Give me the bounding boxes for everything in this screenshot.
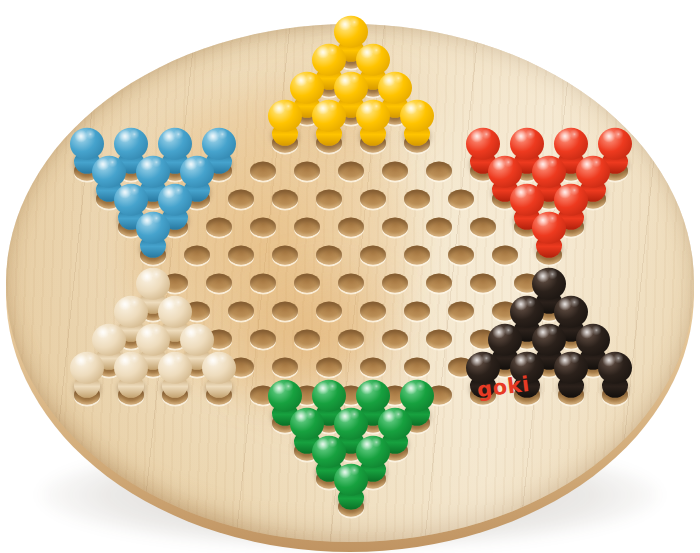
board-hole[interactable] [428,157,450,185]
peg-red[interactable] [531,212,567,266]
hole-recess [228,246,254,265]
board-hole[interactable] [274,353,296,381]
peg-natural[interactable] [157,352,193,406]
hole-recess [316,358,342,377]
peg-natural[interactable] [113,352,149,406]
board-hole[interactable] [406,241,428,269]
hole-recess [404,190,430,209]
hole-recess [470,274,496,293]
peg-ball [312,100,346,132]
board-hole[interactable] [406,129,428,157]
hole-recess [448,190,474,209]
board-hole[interactable] [560,381,582,409]
board-hole[interactable] [296,213,318,241]
board-hole[interactable] [318,297,340,325]
hole-recess [250,330,276,349]
peg-green[interactable] [333,464,369,518]
peg-black[interactable] [553,352,589,406]
peg-ball [136,212,170,244]
hole-recess [360,246,386,265]
hole-recess [206,218,232,237]
board-hole[interactable] [340,325,362,353]
hole-recess [382,162,408,181]
board-hole[interactable] [274,185,296,213]
board-hole[interactable] [428,213,450,241]
hole-recess [338,162,364,181]
board-hole[interactable] [384,325,406,353]
peg-ball [598,352,632,384]
hole-recess [338,218,364,237]
board-hole[interactable] [406,185,428,213]
peg-yellow[interactable] [311,100,347,154]
board-hole[interactable] [318,241,340,269]
hole-recess [426,162,452,181]
hole-recess [206,274,232,293]
peg-ball [202,352,236,384]
peg-black[interactable] [597,352,633,406]
hole-recess [360,358,386,377]
board-hole[interactable] [362,241,384,269]
hole-recess [404,246,430,265]
hole-recess [250,274,276,293]
board-hole[interactable] [76,381,98,409]
hole-recess [272,302,298,321]
peg-blue[interactable] [135,212,171,266]
board-hole[interactable] [494,241,516,269]
board-hole[interactable] [120,381,142,409]
hole-recess [382,274,408,293]
hole-recess [492,246,518,265]
hole-recess [338,330,364,349]
board-hole[interactable] [252,157,274,185]
board-hole[interactable] [318,185,340,213]
peg-ball [554,352,588,384]
hole-recess [404,302,430,321]
hole-recess [272,358,298,377]
peg-ball [400,100,434,132]
peg-yellow[interactable] [399,100,435,154]
board-hole[interactable] [164,381,186,409]
board-grid [76,45,626,521]
board-hole[interactable] [252,213,274,241]
hole-recess [448,302,474,321]
board-hole[interactable] [274,297,296,325]
board-hole[interactable] [340,269,362,297]
board-hole[interactable] [208,213,230,241]
peg-yellow[interactable] [267,100,303,154]
hole-recess [426,218,452,237]
peg-ball [158,352,192,384]
board-hole[interactable] [274,241,296,269]
hole-recess [272,190,298,209]
board-hole[interactable] [362,129,384,157]
board-hole[interactable] [384,157,406,185]
peg-ball [532,212,566,244]
hole-recess [294,330,320,349]
board-hole[interactable] [362,297,384,325]
hole-recess [426,330,452,349]
board-hole[interactable] [252,325,274,353]
board-hole[interactable] [274,129,296,157]
hole-recess [294,274,320,293]
board-hole[interactable] [450,185,472,213]
board-hole[interactable] [318,129,340,157]
board-hole[interactable] [296,269,318,297]
board-hole[interactable] [384,269,406,297]
board-hole[interactable] [252,269,274,297]
board-hole[interactable] [296,157,318,185]
board-hole[interactable] [340,157,362,185]
board-hole[interactable] [362,353,384,381]
peg-ball [356,100,390,132]
board-hole[interactable] [208,269,230,297]
peg-ball [114,352,148,384]
board-hole[interactable] [208,381,230,409]
board-hole[interactable] [340,213,362,241]
hole-recess [426,274,452,293]
peg-ball [268,100,302,132]
board-hole[interactable] [406,297,428,325]
board-hole[interactable] [230,185,252,213]
product-photo: goki [0,0,700,553]
board-hole[interactable] [472,213,494,241]
hole-recess [382,218,408,237]
peg-ball [70,352,104,384]
board-hole[interactable] [142,241,164,269]
board-hole[interactable] [340,493,362,521]
board-hole[interactable] [296,325,318,353]
board-hole[interactable] [450,297,472,325]
board-hole[interactable] [186,241,208,269]
hole-recess [250,218,276,237]
peg-ball [334,464,368,496]
hole-recess [294,162,320,181]
hole-recess [360,302,386,321]
board-hole[interactable] [450,241,472,269]
peg-yellow[interactable] [355,100,391,154]
hole-recess [228,302,254,321]
hole-recess [470,218,496,237]
hole-recess [316,190,342,209]
board-hole[interactable] [230,241,252,269]
board-hole[interactable] [428,325,450,353]
hole-recess [184,246,210,265]
hole-recess [316,246,342,265]
hole-recess [382,330,408,349]
hole-recess [338,274,364,293]
peg-natural[interactable] [69,352,105,406]
game-board: goki [6,24,694,542]
hole-recess [228,190,254,209]
board-hole[interactable] [472,269,494,297]
hole-recess [448,246,474,265]
peg-natural[interactable] [201,352,237,406]
hole-recess [316,302,342,321]
board-hole[interactable] [604,381,626,409]
hole-recess [360,190,386,209]
board-hole[interactable] [318,353,340,381]
hole-recess [272,246,298,265]
hole-recess [250,162,276,181]
board-hole[interactable] [384,213,406,241]
board-hole[interactable] [406,353,428,381]
board-hole[interactable] [538,241,560,269]
board-hole[interactable] [428,269,450,297]
board-hole[interactable] [230,297,252,325]
hole-recess [404,358,430,377]
board-hole[interactable] [362,185,384,213]
hole-recess [294,218,320,237]
